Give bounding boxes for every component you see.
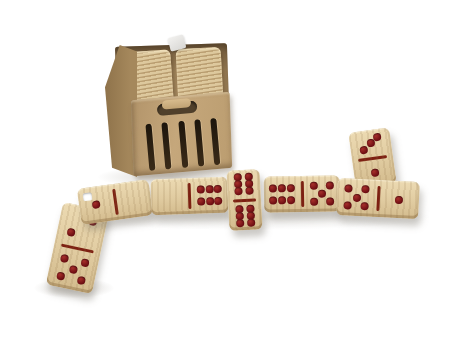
pip bbox=[310, 182, 318, 190]
pip bbox=[56, 271, 65, 280]
slot bbox=[194, 119, 204, 167]
pip bbox=[361, 202, 369, 210]
pip bbox=[234, 187, 242, 195]
pip bbox=[326, 197, 334, 205]
pip bbox=[278, 184, 286, 192]
pip bbox=[370, 168, 379, 177]
half-6 bbox=[226, 169, 260, 199]
hanging-hole bbox=[82, 192, 92, 201]
pip bbox=[269, 184, 277, 192]
half-0 bbox=[114, 179, 153, 219]
box-front-panel bbox=[131, 92, 232, 177]
slot bbox=[145, 123, 155, 171]
pip bbox=[278, 196, 286, 204]
pip bbox=[395, 195, 403, 203]
domino-0-6[interactable] bbox=[150, 177, 228, 216]
slot bbox=[210, 118, 220, 166]
pip bbox=[206, 197, 214, 205]
pip bbox=[353, 193, 361, 201]
pip bbox=[236, 219, 244, 227]
pip bbox=[326, 182, 334, 190]
pip bbox=[359, 145, 368, 154]
slot bbox=[178, 121, 188, 169]
scene bbox=[0, 0, 466, 350]
box-slots bbox=[142, 116, 224, 169]
half-6 bbox=[264, 176, 301, 213]
pip bbox=[60, 254, 69, 263]
half-1 bbox=[77, 184, 116, 224]
pip bbox=[270, 197, 278, 205]
half-6 bbox=[190, 177, 228, 214]
pip bbox=[344, 185, 352, 193]
pip bbox=[68, 265, 77, 274]
pip bbox=[214, 185, 222, 193]
domino-5-1[interactable] bbox=[336, 178, 420, 219]
half-0 bbox=[150, 178, 188, 215]
pip bbox=[80, 258, 89, 267]
storage-box bbox=[105, 35, 236, 179]
pip bbox=[197, 198, 205, 206]
half-6 bbox=[228, 201, 262, 231]
pip bbox=[214, 197, 222, 205]
pip bbox=[343, 201, 351, 209]
slot bbox=[162, 122, 172, 170]
pip bbox=[205, 185, 213, 193]
pip bbox=[196, 185, 204, 193]
domino-6-5[interactable] bbox=[264, 175, 341, 212]
pip bbox=[310, 198, 318, 206]
pip bbox=[67, 227, 76, 236]
pip bbox=[92, 200, 101, 209]
half-3 bbox=[348, 127, 392, 159]
pip bbox=[287, 184, 295, 192]
half-5 bbox=[336, 178, 377, 217]
half-1 bbox=[379, 180, 420, 219]
pip bbox=[247, 218, 255, 226]
pip bbox=[362, 186, 370, 194]
handle-cutout[interactable] bbox=[157, 101, 197, 116]
pip bbox=[245, 187, 253, 195]
domino-6-6[interactable] bbox=[226, 169, 262, 231]
pip bbox=[366, 139, 375, 148]
half-5 bbox=[303, 175, 340, 212]
pip bbox=[318, 190, 326, 198]
pip bbox=[287, 196, 295, 204]
pip bbox=[76, 275, 85, 284]
